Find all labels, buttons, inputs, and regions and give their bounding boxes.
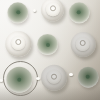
green-cup-piece[interactable] [37,34,58,55]
white-peg-piece[interactable] [71,32,96,57]
cell-r1c1[interactable] [33,33,66,66]
cup-center-dot [16,11,20,15]
cell-r0c0[interactable] [0,0,33,33]
board-photo [0,0,100,100]
surface-speck [33,9,36,12]
green-cup-piece[interactable] [69,2,90,23]
green-cup-piece[interactable] [78,67,99,88]
white-peg-piece[interactable] [41,65,67,91]
cup-center-dot [46,43,50,47]
cell-r0c2[interactable] [67,0,100,33]
cup-center-dot [77,11,81,15]
green-cup-piece[interactable] [7,2,28,23]
cup-center-dot [86,75,90,79]
ring-highlight-right [36,77,40,80]
move-annotation-ring-icon [3,61,38,96]
cell-r0c1[interactable] [33,0,66,33]
cell-r2c2[interactable] [67,67,100,100]
white-peg-piece[interactable] [5,31,31,57]
cell-r2c1[interactable] [33,67,66,100]
peg-tip [50,6,56,12]
surface-speck [69,73,73,77]
cell-r1c2[interactable] [67,33,100,66]
peg-tip [80,40,86,46]
white-peg-piece[interactable] [41,0,64,21]
